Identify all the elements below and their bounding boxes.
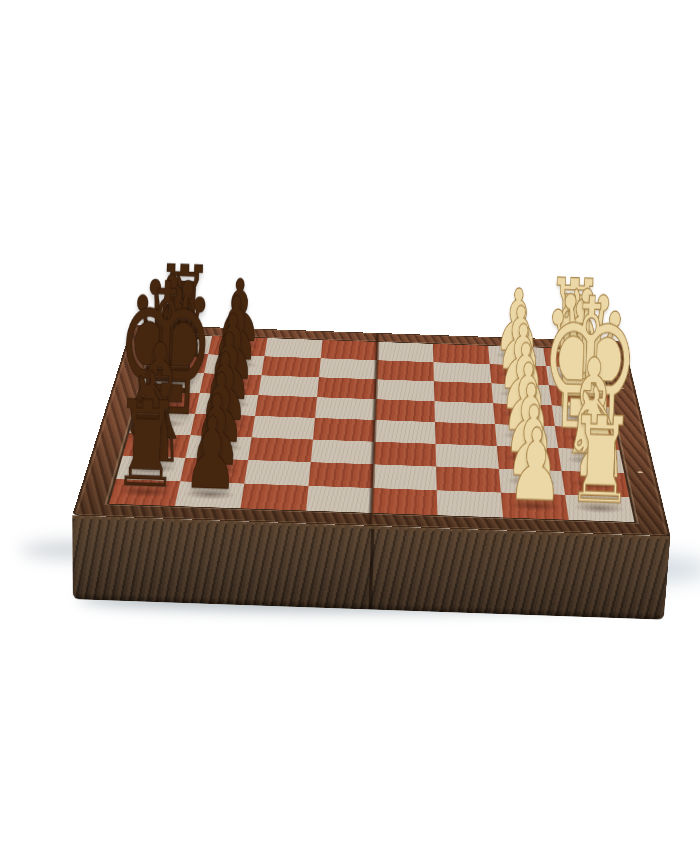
box-side-front xyxy=(72,515,670,619)
square-e6 xyxy=(252,416,315,440)
square-d4 xyxy=(375,399,435,422)
square-d6 xyxy=(255,395,317,418)
square-g4 xyxy=(373,464,437,490)
square-b3 xyxy=(433,362,491,383)
square-g5 xyxy=(308,462,373,488)
piece-white-pawn-a2: ♟ xyxy=(471,269,566,358)
perspective-stage: ♜♟♟♜♞♟♟♞♝♟♟♝♚♟♟♚♛♟♟♛♝♟♟♝♞♟♟♞♜♟♟♜ xyxy=(96,141,655,700)
chess-board: ♜♟♟♜♞♟♟♞♝♟♟♝♚♟♟♚♛♟♟♛♝♟♟♝♞♟♟♞♜♟♟♜ xyxy=(72,324,670,536)
square-h6 xyxy=(240,484,308,511)
square-h5 xyxy=(306,486,373,513)
square-c3 xyxy=(434,381,493,403)
square-h3 xyxy=(437,490,503,517)
square-g6 xyxy=(244,460,310,486)
piece-black-pawn-a7: ♟ xyxy=(192,259,287,348)
clasp-dot xyxy=(619,387,624,389)
square-f5 xyxy=(311,440,374,465)
square-h4 xyxy=(372,488,438,515)
board-tilt-wrapper: ♜♟♟♜♞♟♟♞♝♟♟♝♚♟♟♚♛♟♟♛♝♟♟♝♞♟♟♞♜♟♟♜ xyxy=(96,141,655,700)
square-e3 xyxy=(435,422,497,446)
square-d3 xyxy=(434,401,495,424)
square-c4 xyxy=(376,379,435,401)
square-c5 xyxy=(317,377,376,399)
piece-black-rook-a8: ♜ xyxy=(136,240,232,345)
square-b4 xyxy=(376,360,433,381)
square-a5 xyxy=(321,340,378,360)
square-b6 xyxy=(261,356,320,377)
square-f3 xyxy=(436,444,499,469)
square-b5 xyxy=(319,358,377,379)
square-e5 xyxy=(313,418,375,442)
square-f4 xyxy=(373,442,436,467)
square-a6 xyxy=(264,338,322,358)
chess-set-photo: ♜♟♟♜♞♟♟♞♝♟♟♝♚♟♟♚♛♟♟♛♝♟♟♝♞♟♟♞♜♟♟♜ xyxy=(0,0,700,856)
box-side-seam xyxy=(368,529,374,610)
square-e4 xyxy=(374,420,435,444)
square-c6 xyxy=(258,375,319,397)
piece-white-rook-a1: ♜ xyxy=(526,254,622,359)
square-a4 xyxy=(377,342,433,362)
square-a3 xyxy=(433,344,490,364)
square-f6 xyxy=(248,437,313,462)
clasp-dot xyxy=(637,471,643,473)
square-d5 xyxy=(315,397,376,420)
square-g3 xyxy=(436,467,501,493)
